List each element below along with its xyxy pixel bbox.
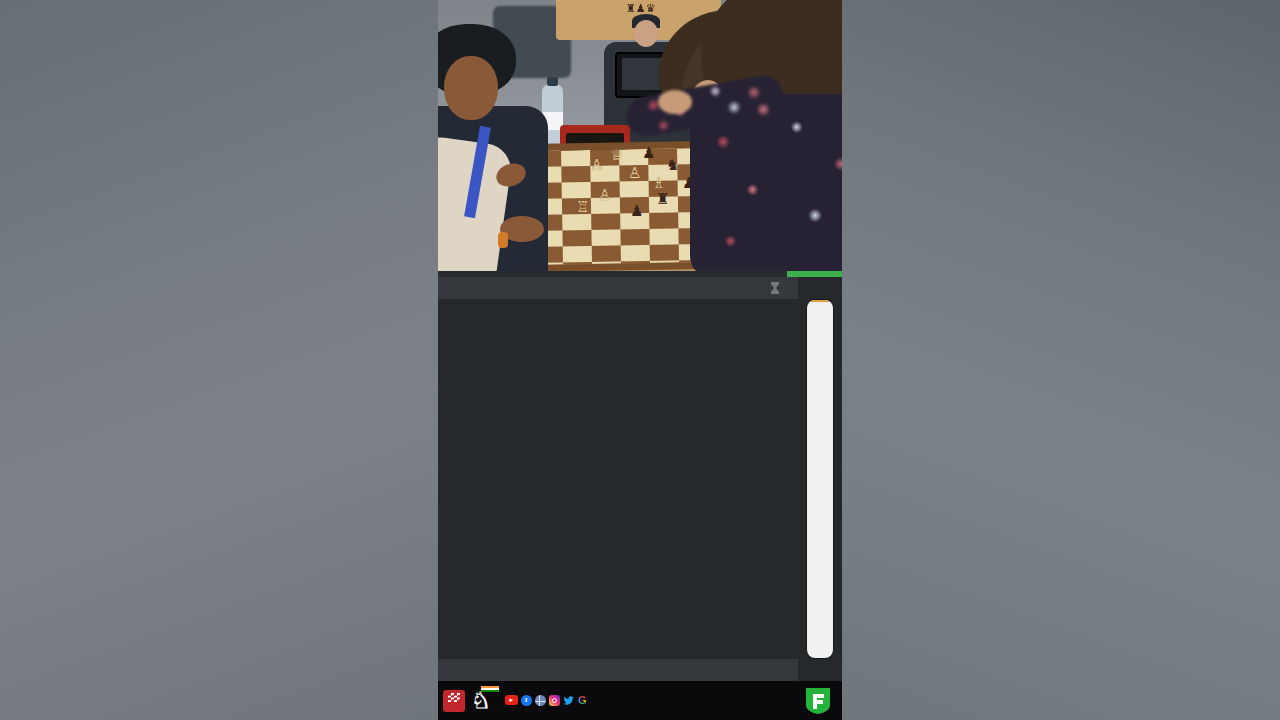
instagram-icon [549,695,560,706]
eval-bar-track [807,300,833,658]
bottom-player-bar [438,659,798,681]
freedom-broker-logo [805,687,837,715]
google-icon: G [577,695,588,706]
social-links: ▸ f G [505,695,588,707]
web-globe-icon [535,695,546,706]
knight-logo-icon: ♞ [471,690,491,712]
chess-board [438,299,798,659]
chessbase-logo [443,690,465,712]
video-progress-bar[interactable] [438,271,842,277]
youtube-icon: ▸ [505,695,518,705]
video-progress-fill [787,271,842,277]
player-left-face [444,56,498,120]
broadcast-board-panel [438,277,842,681]
video-frame: ♜♟♛ ♙ ♕ ♙ [0,0,1280,720]
india-flag-icon [481,686,499,692]
eval-bar-marker [807,300,833,302]
chessbase-india-logo: ♞ [471,690,491,712]
broadcast-footer: ♞ ▸ f G [438,681,842,720]
top-player-bar [438,277,798,299]
blurred-background-right [842,0,1280,720]
freedom-shield-icon [805,687,831,715]
twitter-icon [563,695,574,706]
facebook-icon: f [521,695,532,706]
blurred-background-left [0,0,438,720]
evaluation-panel [798,277,842,681]
hourglass-icon [770,282,780,294]
live-camera-view[interactable]: ♜♟♛ ♙ ♕ ♙ [438,0,842,277]
stream-center-column: ♜♟♛ ♙ ♕ ♙ [438,0,842,720]
